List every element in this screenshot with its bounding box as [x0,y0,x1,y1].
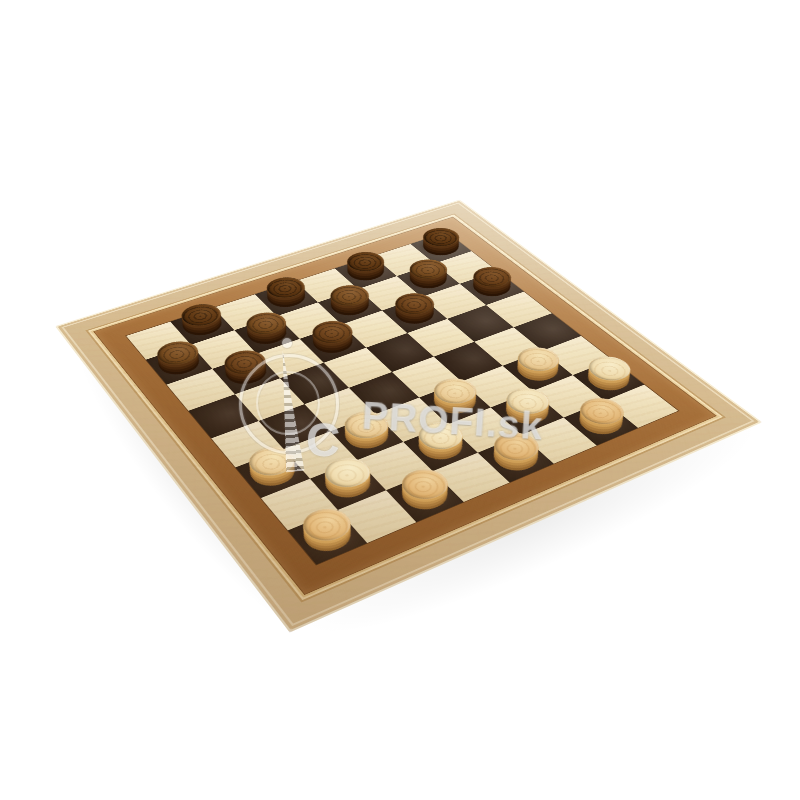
dark-piece-r2c2[interactable] [403,267,453,294]
light-piece-r6c8[interactable] [394,476,456,517]
light-piece-r2c8[interactable] [571,405,630,441]
light-piece-r3c7[interactable] [498,395,556,430]
dark-piece-r3c1[interactable] [341,259,391,285]
light-piece-r6c6[interactable] [338,419,396,456]
pieces-layer [55,200,762,633]
dark-piece-r8c2[interactable] [153,349,206,381]
dark-piece-r4c2[interactable] [324,292,375,320]
product-photo: C PROFI.sk [0,0,800,800]
light-piece-r4c8[interactable] [485,439,546,477]
light-piece-r1c7[interactable] [580,364,637,397]
dark-piece-r7c3[interactable] [219,358,273,391]
dark-piece-r1c1[interactable] [417,235,466,260]
light-piece-r8c6[interactable] [243,454,303,493]
light-piece-r7c7[interactable] [318,465,379,505]
light-piece-r4c6[interactable] [426,386,483,420]
dark-piece-r3c3[interactable] [389,300,441,329]
checkers-board [55,200,762,633]
light-piece-r8c8[interactable] [296,515,359,559]
dark-piece-r1c3[interactable] [466,274,517,301]
light-piece-r2c6[interactable] [510,355,566,387]
